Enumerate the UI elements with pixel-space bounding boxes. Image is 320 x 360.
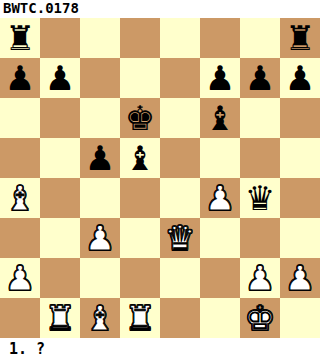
piece-black-pawn: ♟ <box>5 58 35 98</box>
square-d2[interactable] <box>120 258 160 298</box>
piece-white-pawn: ♟ <box>85 218 115 258</box>
square-f5[interactable] <box>200 138 240 178</box>
piece-white-bishop: ♝ <box>5 178 35 218</box>
square-g1[interactable]: ♚ <box>240 298 280 338</box>
piece-black-king: ♚ <box>125 98 155 138</box>
square-f1[interactable] <box>200 298 240 338</box>
square-g4[interactable]: ♛ <box>240 178 280 218</box>
piece-black-rook: ♜ <box>5 18 35 58</box>
square-g3[interactable] <box>240 218 280 258</box>
square-a7[interactable]: ♟ <box>0 58 40 98</box>
square-e5[interactable] <box>160 138 200 178</box>
square-a6[interactable] <box>0 98 40 138</box>
square-c4[interactable] <box>80 178 120 218</box>
square-b4[interactable] <box>40 178 80 218</box>
square-a4[interactable]: ♝ <box>0 178 40 218</box>
piece-white-rook: ♜ <box>125 298 155 338</box>
square-h5[interactable] <box>280 138 320 178</box>
square-f4[interactable]: ♟ <box>200 178 240 218</box>
square-h7[interactable]: ♟ <box>280 58 320 98</box>
square-g8[interactable] <box>240 18 280 58</box>
square-a8[interactable]: ♜ <box>0 18 40 58</box>
square-d5[interactable]: ♝ <box>120 138 160 178</box>
square-g6[interactable] <box>240 98 280 138</box>
square-a3[interactable] <box>0 218 40 258</box>
square-c2[interactable] <box>80 258 120 298</box>
piece-white-bishop: ♝ <box>85 298 115 338</box>
square-e8[interactable] <box>160 18 200 58</box>
square-c6[interactable] <box>80 98 120 138</box>
square-c3[interactable]: ♟ <box>80 218 120 258</box>
square-d7[interactable] <box>120 58 160 98</box>
square-f7[interactable]: ♟ <box>200 58 240 98</box>
square-d1[interactable]: ♜ <box>120 298 160 338</box>
piece-white-rook: ♜ <box>45 298 75 338</box>
square-a1[interactable] <box>0 298 40 338</box>
square-f6[interactable]: ♝ <box>200 98 240 138</box>
piece-black-pawn: ♟ <box>245 58 275 98</box>
square-d6[interactable]: ♚ <box>120 98 160 138</box>
piece-black-rook: ♜ <box>285 18 315 58</box>
square-g7[interactable]: ♟ <box>240 58 280 98</box>
piece-black-bishop: ♝ <box>125 138 155 178</box>
square-d3[interactable] <box>120 218 160 258</box>
square-e3[interactable]: ♛ <box>160 218 200 258</box>
square-f2[interactable] <box>200 258 240 298</box>
square-h3[interactable] <box>280 218 320 258</box>
piece-black-pawn: ♟ <box>45 58 75 98</box>
square-d8[interactable] <box>120 18 160 58</box>
square-b2[interactable] <box>40 258 80 298</box>
square-d4[interactable] <box>120 178 160 218</box>
square-c1[interactable]: ♝ <box>80 298 120 338</box>
piece-black-pawn: ♟ <box>85 138 115 178</box>
square-a2[interactable]: ♟ <box>0 258 40 298</box>
piece-white-queen: ♛ <box>165 218 195 258</box>
square-e6[interactable] <box>160 98 200 138</box>
square-h4[interactable] <box>280 178 320 218</box>
chess-board: ♜♜♟♟♟♟♟♚♝♟♝♝♟♛♟♛♟♟♟♜♝♜♚ <box>0 18 320 338</box>
square-h6[interactable] <box>280 98 320 138</box>
piece-black-pawn: ♟ <box>205 58 235 98</box>
square-e4[interactable] <box>160 178 200 218</box>
square-f8[interactable] <box>200 18 240 58</box>
square-e1[interactable] <box>160 298 200 338</box>
square-b3[interactable] <box>40 218 80 258</box>
piece-black-bishop: ♝ <box>205 98 235 138</box>
puzzle-title: BWTC.0178 <box>0 0 320 18</box>
move-prompt: 1. ? <box>0 338 320 360</box>
square-g5[interactable] <box>240 138 280 178</box>
piece-white-pawn: ♟ <box>5 258 35 298</box>
piece-white-pawn: ♟ <box>285 258 315 298</box>
square-b5[interactable] <box>40 138 80 178</box>
square-h2[interactable]: ♟ <box>280 258 320 298</box>
square-e2[interactable] <box>160 258 200 298</box>
square-c5[interactable]: ♟ <box>80 138 120 178</box>
square-h1[interactable] <box>280 298 320 338</box>
square-b1[interactable]: ♜ <box>40 298 80 338</box>
square-f3[interactable] <box>200 218 240 258</box>
square-b7[interactable]: ♟ <box>40 58 80 98</box>
square-b8[interactable] <box>40 18 80 58</box>
piece-white-king: ♚ <box>245 298 275 338</box>
square-e7[interactable] <box>160 58 200 98</box>
piece-black-pawn: ♟ <box>285 58 315 98</box>
piece-white-pawn: ♟ <box>205 178 235 218</box>
square-h8[interactable]: ♜ <box>280 18 320 58</box>
square-c8[interactable] <box>80 18 120 58</box>
square-a5[interactable] <box>0 138 40 178</box>
piece-black-queen: ♛ <box>245 178 275 218</box>
piece-white-pawn: ♟ <box>245 258 275 298</box>
square-b6[interactable] <box>40 98 80 138</box>
square-g2[interactable]: ♟ <box>240 258 280 298</box>
square-c7[interactable] <box>80 58 120 98</box>
